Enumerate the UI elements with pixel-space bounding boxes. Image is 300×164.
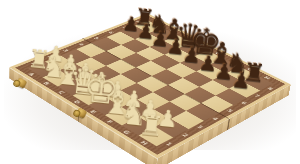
piece-black-pawn: ♟ (230, 70, 251, 93)
chess-board: ♜♞♝♛♚♝♞♜♟♟♟♟♟♟♟♟♟♟♟♟♟♟♟♟♜♞♝♛♚♝♞♜ ABCDEFG… (9, 13, 291, 158)
piece-white-rook: ♜ (137, 110, 165, 141)
board-squares: ♜♞♝♛♚♝♞♜♟♟♟♟♟♟♟♟♟♟♟♟♟♟♟♟♜♞♝♛♚♝♞♜ (28, 20, 273, 146)
folding-chess-box: ♜♞♝♛♚♝♞♜♟♟♟♟♟♟♟♟♟♟♟♟♟♟♟♟♜♞♝♛♚♝♞♜ ABCDEFG… (9, 13, 291, 158)
product-photo: ♜♞♝♛♚♝♞♜♟♟♟♟♟♟♟♟♟♟♟♟♟♟♟♟♜♞♝♛♚♝♞♜ ABCDEFG… (0, 0, 300, 164)
board-perspective-wrapper: ♜♞♝♛♚♝♞♜♟♟♟♟♟♟♟♟♟♟♟♟♟♟♟♟♜♞♝♛♚♝♞♜ ABCDEFG… (0, 0, 300, 164)
